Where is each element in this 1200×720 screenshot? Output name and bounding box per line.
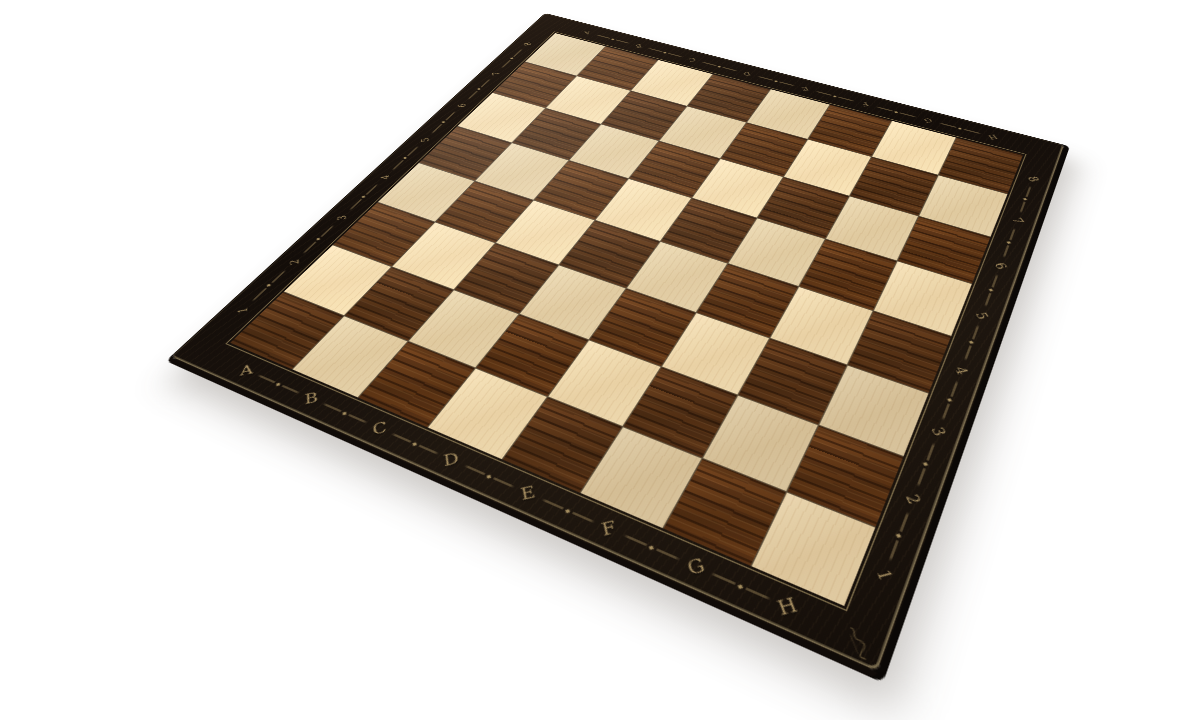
coordinate-glyph: C (688, 57, 697, 63)
coordinate-glyph: 5 (419, 137, 432, 143)
coordinate-glyph: F (860, 101, 870, 107)
coordinate-glyph: 4 (951, 365, 972, 376)
coordinate-glyph: E (519, 482, 537, 504)
chessboard: ABCDEFGH ABCDEFGH 87654321 87654321 (170, 13, 1065, 673)
coordinate-glyph: 7 (490, 71, 502, 76)
coordinate-glyph: D (443, 449, 461, 470)
coordinate-glyph: 4 (379, 174, 392, 180)
makers-mark-icon (839, 622, 880, 664)
coordinate-glyph: 5 (972, 311, 992, 321)
coordinate-glyph: G (922, 117, 933, 124)
coordinate-glyph: 8 (1024, 175, 1041, 182)
coordinate-glyph: B (304, 389, 318, 408)
coordinate-glyph: 2 (287, 258, 301, 265)
coordinate-glyph: 8 (522, 42, 534, 47)
coordinate-glyph: D (743, 71, 753, 77)
coordinate-glyph: 1 (235, 306, 250, 314)
coordinate-glyph: 3 (928, 425, 950, 437)
coordinate-glyph: 7 (1009, 216, 1027, 224)
coordinate-glyph: B (635, 43, 643, 49)
coordinate-glyph: C (372, 418, 388, 438)
coordinate-glyph: H (774, 593, 800, 620)
coordinate-glyph: A (584, 30, 592, 35)
coordinate-glyph: G (684, 554, 707, 579)
product-photo-scene: ABCDEFGH ABCDEFGH 87654321 87654321 (0, 0, 1200, 720)
coordinate-glyph: E (800, 85, 809, 91)
coordinate-glyph: 3 (335, 214, 349, 221)
coordinate-glyph: 6 (991, 261, 1010, 270)
coordinate-glyph: A (240, 361, 253, 379)
coordinate-glyph: 6 (456, 103, 468, 108)
coordinate-glyph: H (987, 133, 999, 140)
coordinate-glyph: 1 (872, 568, 896, 583)
coordinate-glyph: F (600, 517, 619, 540)
coordinate-glyph: 2 (902, 493, 925, 506)
